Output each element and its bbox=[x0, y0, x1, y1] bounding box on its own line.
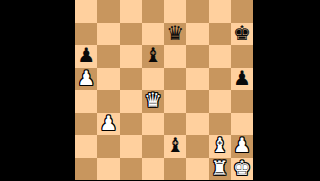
square-g8[interactable] bbox=[209, 0, 231, 23]
square-c4[interactable] bbox=[120, 90, 142, 113]
square-c2[interactable] bbox=[120, 135, 142, 158]
square-e4[interactable] bbox=[164, 90, 186, 113]
piece-black-bishop[interactable]: ♝ bbox=[144, 45, 162, 65]
square-g1[interactable]: ♜ bbox=[209, 158, 231, 181]
square-a2[interactable] bbox=[75, 135, 97, 158]
square-f5[interactable] bbox=[186, 68, 208, 91]
square-c8[interactable] bbox=[120, 0, 142, 23]
square-e7[interactable]: ♛ bbox=[164, 23, 186, 46]
square-b2[interactable] bbox=[97, 135, 119, 158]
square-b3[interactable]: ♟ bbox=[97, 113, 119, 136]
piece-black-king[interactable]: ♚ bbox=[233, 23, 251, 43]
piece-black-pawn[interactable]: ♟ bbox=[77, 45, 95, 65]
square-b1[interactable] bbox=[97, 158, 119, 181]
square-b5[interactable] bbox=[97, 68, 119, 91]
square-e3[interactable] bbox=[164, 113, 186, 136]
square-d7[interactable] bbox=[142, 23, 164, 46]
piece-white-rook[interactable]: ♜ bbox=[211, 158, 229, 178]
square-b4[interactable] bbox=[97, 90, 119, 113]
piece-white-king[interactable]: ♚ bbox=[233, 158, 251, 178]
square-h7[interactable]: ♚ bbox=[231, 23, 253, 46]
square-h2[interactable]: ♟ bbox=[231, 135, 253, 158]
square-f4[interactable] bbox=[186, 90, 208, 113]
square-c1[interactable] bbox=[120, 158, 142, 181]
square-d3[interactable] bbox=[142, 113, 164, 136]
square-e8[interactable] bbox=[164, 0, 186, 23]
piece-white-pawn[interactable]: ♟ bbox=[99, 113, 117, 133]
piece-white-pawn[interactable]: ♟ bbox=[77, 68, 95, 88]
square-h6[interactable] bbox=[231, 45, 253, 68]
piece-black-bishop[interactable]: ♝ bbox=[166, 135, 184, 155]
square-e5[interactable] bbox=[164, 68, 186, 91]
square-g2[interactable]: ♝ bbox=[209, 135, 231, 158]
square-c7[interactable] bbox=[120, 23, 142, 46]
square-a1[interactable] bbox=[75, 158, 97, 181]
square-g7[interactable] bbox=[209, 23, 231, 46]
square-a4[interactable] bbox=[75, 90, 97, 113]
square-f6[interactable] bbox=[186, 45, 208, 68]
square-f3[interactable] bbox=[186, 113, 208, 136]
square-f2[interactable] bbox=[186, 135, 208, 158]
square-b6[interactable] bbox=[97, 45, 119, 68]
square-e6[interactable] bbox=[164, 45, 186, 68]
piece-black-queen[interactable]: ♛ bbox=[166, 23, 184, 43]
square-e2[interactable]: ♝ bbox=[164, 135, 186, 158]
square-f1[interactable] bbox=[186, 158, 208, 181]
square-b7[interactable] bbox=[97, 23, 119, 46]
piece-white-queen[interactable]: ♛ bbox=[144, 90, 162, 110]
square-g5[interactable] bbox=[209, 68, 231, 91]
square-a3[interactable] bbox=[75, 113, 97, 136]
piece-white-bishop[interactable]: ♝ bbox=[211, 135, 229, 155]
square-d2[interactable] bbox=[142, 135, 164, 158]
app-background: ♛♚♟♝♟♟♛♟♝♝♟♜♚ bbox=[0, 0, 320, 180]
square-g3[interactable] bbox=[209, 113, 231, 136]
square-h4[interactable] bbox=[231, 90, 253, 113]
square-g6[interactable] bbox=[209, 45, 231, 68]
square-b8[interactable] bbox=[97, 0, 119, 23]
piece-black-pawn[interactable]: ♟ bbox=[233, 68, 251, 88]
square-d4[interactable]: ♛ bbox=[142, 90, 164, 113]
square-a7[interactable] bbox=[75, 23, 97, 46]
chess-board: ♛♚♟♝♟♟♛♟♝♝♟♜♚ bbox=[75, 0, 253, 180]
square-f8[interactable] bbox=[186, 0, 208, 23]
square-a6[interactable]: ♟ bbox=[75, 45, 97, 68]
square-c5[interactable] bbox=[120, 68, 142, 91]
square-h8[interactable] bbox=[231, 0, 253, 23]
square-e1[interactable] bbox=[164, 158, 186, 181]
square-d6[interactable]: ♝ bbox=[142, 45, 164, 68]
square-d1[interactable] bbox=[142, 158, 164, 181]
square-d8[interactable] bbox=[142, 0, 164, 23]
square-a5[interactable]: ♟ bbox=[75, 68, 97, 91]
square-g4[interactable] bbox=[209, 90, 231, 113]
square-c3[interactable] bbox=[120, 113, 142, 136]
square-f7[interactable] bbox=[186, 23, 208, 46]
square-d5[interactable] bbox=[142, 68, 164, 91]
square-h1[interactable]: ♚ bbox=[231, 158, 253, 181]
square-h5[interactable]: ♟ bbox=[231, 68, 253, 91]
square-h3[interactable] bbox=[231, 113, 253, 136]
square-c6[interactable] bbox=[120, 45, 142, 68]
piece-white-pawn[interactable]: ♟ bbox=[233, 135, 251, 155]
square-a8[interactable] bbox=[75, 0, 97, 23]
